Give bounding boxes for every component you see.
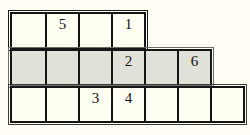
cell-r3c5[interactable] [144,88,177,121]
cell-r1c1[interactable] [12,14,45,47]
cell-r3c3[interactable]: 3 [78,88,111,121]
cell-r2c1[interactable] [12,51,45,84]
cell-r1c2[interactable]: 5 [45,14,78,47]
cell-r1c4[interactable]: 1 [111,14,144,47]
cell-r2c6[interactable]: 6 [177,51,210,84]
board-row-2: 26 [10,49,212,86]
cell-r2c5[interactable] [144,51,177,84]
cell-r2c2[interactable] [45,51,78,84]
puzzle-board: 512634 [0,0,250,135]
cell-r2c3[interactable] [78,51,111,84]
cell-r1c3[interactable] [78,14,111,47]
cell-r3c2[interactable] [45,88,78,121]
cell-r2c4[interactable]: 2 [111,51,144,84]
cell-r3c1[interactable] [12,88,45,121]
cell-r3c6[interactable] [177,88,210,121]
board-row-1: 51 [10,12,146,49]
board-row-3: 34 [10,86,245,123]
cell-r3c4[interactable]: 4 [111,88,144,121]
cell-r3c7[interactable] [210,88,243,121]
